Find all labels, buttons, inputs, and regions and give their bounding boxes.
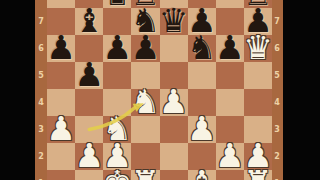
- board-square-b5[interactable]: ♟: [75, 62, 103, 89]
- board-square-h1[interactable]: ♜: [244, 170, 272, 180]
- board-square-c7[interactable]: [103, 8, 131, 35]
- black-pawn[interactable]: ♟: [243, 6, 273, 36]
- board-square-g2[interactable]: ♟: [216, 143, 244, 170]
- board-square-a2[interactable]: [47, 143, 75, 170]
- chess-board: ♚♜♜♝♞♛♟♟♟♟♟♞♟♛♟♞♟♟♞♟♟♟♟♟♚♜♝♜: [47, 0, 272, 180]
- board-square-a5[interactable]: [47, 62, 75, 89]
- board-square-e8[interactable]: [160, 0, 188, 8]
- board-square-g4[interactable]: [216, 89, 244, 116]
- white-pawn[interactable]: ♟: [215, 141, 245, 171]
- board-square-d3[interactable]: [131, 116, 159, 143]
- board-square-h8[interactable]: ♜: [244, 0, 272, 8]
- white-pawn[interactable]: ♟: [243, 141, 273, 171]
- black-pawn[interactable]: ♟: [74, 60, 104, 90]
- black-pawn[interactable]: ♟: [187, 6, 217, 36]
- rank-label-left-7: 7: [35, 8, 47, 35]
- black-pawn[interactable]: ♟: [103, 33, 133, 63]
- board-square-c1[interactable]: ♚: [103, 170, 131, 180]
- white-rook[interactable]: ♜: [131, 168, 161, 180]
- board-square-e1[interactable]: [160, 170, 188, 180]
- rank-label-right-1: 1: [271, 170, 283, 180]
- black-bishop[interactable]: ♝: [74, 6, 104, 36]
- board-square-f3[interactable]: ♟: [188, 116, 216, 143]
- board-square-h6[interactable]: ♛: [244, 35, 272, 62]
- white-rook[interactable]: ♜: [243, 168, 273, 180]
- board-square-h7[interactable]: ♟: [244, 8, 272, 35]
- black-pawn[interactable]: ♟: [215, 33, 245, 63]
- board-square-f4[interactable]: [188, 89, 216, 116]
- board-square-d7[interactable]: ♞: [131, 8, 159, 35]
- rank-label-right-6: 6: [271, 35, 283, 62]
- rank-label-right-5: 5: [271, 62, 283, 89]
- chess-video-frame: ♚♜♜♝♞♛♟♟♟♟♟♞♟♛♟♞♟♟♞♟♟♟♟♟♚♜♝♜ 88776655443…: [0, 0, 320, 180]
- white-pawn[interactable]: ♟: [46, 114, 76, 144]
- board-square-a4[interactable]: [47, 89, 75, 116]
- white-king[interactable]: ♚: [103, 168, 133, 180]
- board-square-f7[interactable]: ♟: [188, 8, 216, 35]
- board-square-g7[interactable]: [216, 8, 244, 35]
- board-square-d6[interactable]: ♟: [131, 35, 159, 62]
- board-square-e6[interactable]: [160, 35, 188, 62]
- board-square-e4[interactable]: ♟: [160, 89, 188, 116]
- board-square-d8[interactable]: ♜: [131, 0, 159, 8]
- board-square-c4[interactable]: [103, 89, 131, 116]
- board-square-e2[interactable]: [160, 143, 188, 170]
- rank-label-left-1: 1: [35, 170, 47, 180]
- white-knight[interactable]: ♞: [131, 87, 161, 117]
- board-square-e5[interactable]: [160, 62, 188, 89]
- board-square-b7[interactable]: ♝: [75, 8, 103, 35]
- rank-label-right-8: 8: [271, 0, 283, 8]
- board-square-c8[interactable]: ♚: [103, 0, 131, 8]
- board-square-c3[interactable]: ♞: [103, 116, 131, 143]
- board-square-h5[interactable]: [244, 62, 272, 89]
- white-pawn[interactable]: ♟: [187, 114, 217, 144]
- rank-label-left-2: 2: [35, 143, 47, 170]
- board-square-a7[interactable]: [47, 8, 75, 35]
- board-square-f5[interactable]: [188, 62, 216, 89]
- board-square-d4[interactable]: ♞: [131, 89, 159, 116]
- board-square-b4[interactable]: [75, 89, 103, 116]
- board-square-f2[interactable]: [188, 143, 216, 170]
- board-square-g5[interactable]: [216, 62, 244, 89]
- board-square-g3[interactable]: [216, 116, 244, 143]
- board-square-c5[interactable]: [103, 62, 131, 89]
- board-square-h3[interactable]: [244, 116, 272, 143]
- board-square-g6[interactable]: ♟: [216, 35, 244, 62]
- board-square-c6[interactable]: ♟: [103, 35, 131, 62]
- rank-label-left-5: 5: [35, 62, 47, 89]
- board-square-b2[interactable]: ♟: [75, 143, 103, 170]
- white-pawn[interactable]: ♟: [74, 141, 104, 171]
- board-square-e7[interactable]: ♛: [160, 8, 188, 35]
- board-square-d2[interactable]: [131, 143, 159, 170]
- board-square-a1[interactable]: [47, 170, 75, 180]
- rank-label-left-4: 4: [35, 89, 47, 116]
- black-pawn[interactable]: ♟: [46, 33, 76, 63]
- black-knight[interactable]: ♞: [131, 6, 161, 36]
- board-square-g8[interactable]: [216, 0, 244, 8]
- board-square-e3[interactable]: [160, 116, 188, 143]
- white-queen[interactable]: ♛: [243, 33, 273, 63]
- board-square-b6[interactable]: [75, 35, 103, 62]
- rank-label-right-3: 3: [271, 116, 283, 143]
- board-square-f8[interactable]: [188, 0, 216, 8]
- white-bishop[interactable]: ♝: [187, 168, 217, 180]
- rank-label-left-6: 6: [35, 35, 47, 62]
- board-square-a3[interactable]: ♟: [47, 116, 75, 143]
- white-pawn[interactable]: ♟: [103, 141, 133, 171]
- board-square-b1[interactable]: [75, 170, 103, 180]
- board-square-a6[interactable]: ♟: [47, 35, 75, 62]
- left-letterbox-bar: [0, 0, 35, 180]
- board-square-h4[interactable]: [244, 89, 272, 116]
- rank-label-left-8: 8: [35, 0, 47, 8]
- board-square-b3[interactable]: [75, 116, 103, 143]
- board-square-f6[interactable]: ♞: [188, 35, 216, 62]
- board-square-d5[interactable]: [131, 62, 159, 89]
- rank-label-right-4: 4: [271, 89, 283, 116]
- board-square-h2[interactable]: ♟: [244, 143, 272, 170]
- board-square-c2[interactable]: ♟: [103, 143, 131, 170]
- board-square-b8[interactable]: [75, 0, 103, 8]
- black-pawn[interactable]: ♟: [131, 33, 161, 63]
- board-square-d1[interactable]: ♜: [131, 170, 159, 180]
- rank-label-right-7: 7: [271, 8, 283, 35]
- black-knight[interactable]: ♞: [187, 33, 217, 63]
- black-queen[interactable]: ♛: [159, 6, 189, 36]
- board-square-f1[interactable]: ♝: [188, 170, 216, 180]
- rank-label-right-2: 2: [271, 143, 283, 170]
- white-knight[interactable]: ♞: [103, 114, 133, 144]
- white-pawn[interactable]: ♟: [159, 87, 189, 117]
- rank-label-left-3: 3: [35, 116, 47, 143]
- board-square-g1[interactable]: [216, 170, 244, 180]
- right-letterbox-bar: [283, 0, 320, 180]
- board-square-a8[interactable]: [47, 0, 75, 8]
